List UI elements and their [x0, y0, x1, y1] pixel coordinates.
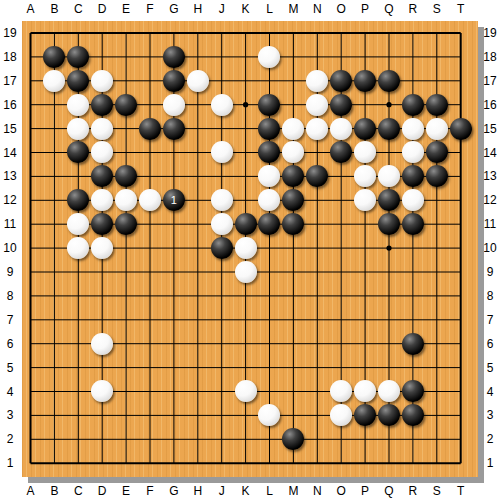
intersection-J2[interactable] — [210, 427, 234, 451]
intersection-C15[interactable] — [66, 117, 90, 141]
intersection-E5[interactable] — [114, 356, 138, 380]
intersection-P13[interactable] — [353, 164, 377, 188]
intersection-H15[interactable] — [186, 117, 210, 141]
intersection-T3[interactable] — [449, 403, 473, 427]
intersection-M8[interactable] — [281, 284, 305, 308]
intersection-N19[interactable] — [305, 21, 329, 45]
intersection-T5[interactable] — [449, 356, 473, 380]
intersection-C8[interactable] — [66, 284, 90, 308]
intersection-B14[interactable] — [42, 141, 66, 165]
intersection-N4[interactable] — [305, 380, 329, 404]
intersection-D12[interactable] — [90, 188, 114, 212]
intersection-D17[interactable] — [90, 69, 114, 93]
intersection-J8[interactable] — [210, 284, 234, 308]
intersection-P17[interactable] — [353, 69, 377, 93]
intersection-B10[interactable] — [42, 236, 66, 260]
intersection-N1[interactable] — [305, 451, 329, 475]
intersection-E14[interactable] — [114, 141, 138, 165]
intersection-S9[interactable] — [425, 260, 449, 284]
intersection-T18[interactable] — [449, 45, 473, 69]
intersection-K6[interactable] — [234, 332, 258, 356]
intersection-C3[interactable] — [66, 403, 90, 427]
intersection-P6[interactable] — [353, 332, 377, 356]
intersection-L9[interactable] — [258, 260, 282, 284]
intersection-N16[interactable] — [305, 93, 329, 117]
intersection-B4[interactable] — [42, 380, 66, 404]
intersection-O3[interactable] — [329, 403, 353, 427]
intersection-S6[interactable] — [425, 332, 449, 356]
intersection-D15[interactable] — [90, 117, 114, 141]
intersection-Q7[interactable] — [377, 308, 401, 332]
intersection-G6[interactable] — [162, 332, 186, 356]
intersection-S15[interactable] — [425, 117, 449, 141]
intersection-K3[interactable] — [234, 403, 258, 427]
intersection-J10[interactable] — [210, 236, 234, 260]
intersection-M7[interactable] — [281, 308, 305, 332]
intersection-D16[interactable] — [90, 93, 114, 117]
intersection-E19[interactable] — [114, 21, 138, 45]
intersection-E3[interactable] — [114, 403, 138, 427]
intersection-E16[interactable] — [114, 93, 138, 117]
intersection-A13[interactable] — [19, 164, 43, 188]
intersection-R8[interactable] — [401, 284, 425, 308]
intersection-L17[interactable] — [258, 69, 282, 93]
intersection-P11[interactable] — [353, 212, 377, 236]
intersection-H19[interactable] — [186, 21, 210, 45]
intersection-R17[interactable] — [401, 69, 425, 93]
intersection-P9[interactable] — [353, 260, 377, 284]
intersection-B11[interactable] — [42, 212, 66, 236]
intersection-A2[interactable] — [19, 427, 43, 451]
intersection-J11[interactable] — [210, 212, 234, 236]
intersection-F15[interactable] — [138, 117, 162, 141]
intersection-R3[interactable] — [401, 403, 425, 427]
intersection-G5[interactable] — [162, 356, 186, 380]
intersection-C12[interactable] — [66, 188, 90, 212]
intersection-C11[interactable] — [66, 212, 90, 236]
intersection-B15[interactable] — [42, 117, 66, 141]
intersection-S18[interactable] — [425, 45, 449, 69]
intersection-O4[interactable] — [329, 380, 353, 404]
intersection-J12[interactable] — [210, 188, 234, 212]
intersection-R2[interactable] — [401, 427, 425, 451]
intersection-T15[interactable] — [449, 117, 473, 141]
intersection-C18[interactable] — [66, 45, 90, 69]
intersection-C13[interactable] — [66, 164, 90, 188]
intersection-D19[interactable] — [90, 21, 114, 45]
intersection-A12[interactable] — [19, 188, 43, 212]
intersection-G11[interactable] — [162, 212, 186, 236]
intersection-A3[interactable] — [19, 403, 43, 427]
intersection-C14[interactable] — [66, 141, 90, 165]
intersection-L7[interactable] — [258, 308, 282, 332]
intersection-N14[interactable] — [305, 141, 329, 165]
intersection-J17[interactable] — [210, 69, 234, 93]
intersection-G16[interactable] — [162, 93, 186, 117]
intersection-M3[interactable] — [281, 403, 305, 427]
intersection-J14[interactable] — [210, 141, 234, 165]
intersection-M16[interactable] — [281, 93, 305, 117]
intersection-K10[interactable] — [234, 236, 258, 260]
intersection-H6[interactable] — [186, 332, 210, 356]
intersection-M9[interactable] — [281, 260, 305, 284]
intersection-A10[interactable] — [19, 236, 43, 260]
intersection-O6[interactable] — [329, 332, 353, 356]
intersection-B19[interactable] — [42, 21, 66, 45]
intersection-A9[interactable] — [19, 260, 43, 284]
intersection-P7[interactable] — [353, 308, 377, 332]
intersection-Q8[interactable] — [377, 284, 401, 308]
intersection-J7[interactable] — [210, 308, 234, 332]
intersection-S17[interactable] — [425, 69, 449, 93]
intersection-G7[interactable] — [162, 308, 186, 332]
intersection-B8[interactable] — [42, 284, 66, 308]
intersection-D5[interactable] — [90, 356, 114, 380]
intersection-N9[interactable] — [305, 260, 329, 284]
intersection-C4[interactable] — [66, 380, 90, 404]
intersection-H2[interactable] — [186, 427, 210, 451]
intersection-M12[interactable] — [281, 188, 305, 212]
intersection-J13[interactable] — [210, 164, 234, 188]
intersection-S19[interactable] — [425, 21, 449, 45]
intersection-O1[interactable] — [329, 451, 353, 475]
intersection-J3[interactable] — [210, 403, 234, 427]
intersection-C19[interactable] — [66, 21, 90, 45]
intersection-P16[interactable] — [353, 93, 377, 117]
intersection-O16[interactable] — [329, 93, 353, 117]
intersection-A1[interactable] — [19, 451, 43, 475]
intersection-F14[interactable] — [138, 141, 162, 165]
intersection-F2[interactable] — [138, 427, 162, 451]
intersection-R4[interactable] — [401, 380, 425, 404]
intersection-M1[interactable] — [281, 451, 305, 475]
intersection-H5[interactable] — [186, 356, 210, 380]
intersection-B3[interactable] — [42, 403, 66, 427]
intersection-K15[interactable] — [234, 117, 258, 141]
intersection-G12[interactable]: 1 — [162, 188, 186, 212]
intersection-M13[interactable] — [281, 164, 305, 188]
intersection-N11[interactable] — [305, 212, 329, 236]
intersection-B6[interactable] — [42, 332, 66, 356]
intersection-O18[interactable] — [329, 45, 353, 69]
intersection-O13[interactable] — [329, 164, 353, 188]
intersection-L13[interactable] — [258, 164, 282, 188]
intersection-N17[interactable] — [305, 69, 329, 93]
intersection-R19[interactable] — [401, 21, 425, 45]
intersection-N3[interactable] — [305, 403, 329, 427]
intersection-L4[interactable] — [258, 380, 282, 404]
intersection-B12[interactable] — [42, 188, 66, 212]
intersection-J16[interactable] — [210, 93, 234, 117]
intersection-E7[interactable] — [114, 308, 138, 332]
intersection-G1[interactable] — [162, 451, 186, 475]
intersection-H8[interactable] — [186, 284, 210, 308]
intersection-C6[interactable] — [66, 332, 90, 356]
intersection-J5[interactable] — [210, 356, 234, 380]
intersection-S16[interactable] — [425, 93, 449, 117]
intersection-B13[interactable] — [42, 164, 66, 188]
intersection-P2[interactable] — [353, 427, 377, 451]
intersection-D9[interactable] — [90, 260, 114, 284]
intersection-K13[interactable] — [234, 164, 258, 188]
intersection-A14[interactable] — [19, 141, 43, 165]
intersection-N8[interactable] — [305, 284, 329, 308]
intersection-R16[interactable] — [401, 93, 425, 117]
intersection-Q6[interactable] — [377, 332, 401, 356]
intersection-M18[interactable] — [281, 45, 305, 69]
intersection-B2[interactable] — [42, 427, 66, 451]
intersection-T7[interactable] — [449, 308, 473, 332]
intersection-L8[interactable] — [258, 284, 282, 308]
intersection-C16[interactable] — [66, 93, 90, 117]
intersection-L19[interactable] — [258, 21, 282, 45]
intersection-S2[interactable] — [425, 427, 449, 451]
intersection-P15[interactable] — [353, 117, 377, 141]
intersection-L2[interactable] — [258, 427, 282, 451]
intersection-M11[interactable] — [281, 212, 305, 236]
intersection-A19[interactable] — [19, 21, 43, 45]
intersection-M6[interactable] — [281, 332, 305, 356]
intersection-M4[interactable] — [281, 380, 305, 404]
intersection-H12[interactable] — [186, 188, 210, 212]
intersection-D14[interactable] — [90, 141, 114, 165]
intersection-E6[interactable] — [114, 332, 138, 356]
intersection-H9[interactable] — [186, 260, 210, 284]
intersection-Q3[interactable] — [377, 403, 401, 427]
intersection-S4[interactable] — [425, 380, 449, 404]
intersection-E2[interactable] — [114, 427, 138, 451]
intersection-R11[interactable] — [401, 212, 425, 236]
intersection-P5[interactable] — [353, 356, 377, 380]
intersection-Q9[interactable] — [377, 260, 401, 284]
intersection-P10[interactable] — [353, 236, 377, 260]
intersection-F19[interactable] — [138, 21, 162, 45]
intersection-F17[interactable] — [138, 69, 162, 93]
intersection-H16[interactable] — [186, 93, 210, 117]
intersection-O17[interactable] — [329, 69, 353, 93]
intersection-G2[interactable] — [162, 427, 186, 451]
intersection-D3[interactable] — [90, 403, 114, 427]
intersection-E12[interactable] — [114, 188, 138, 212]
intersection-D8[interactable] — [90, 284, 114, 308]
intersection-D7[interactable] — [90, 308, 114, 332]
intersection-G13[interactable] — [162, 164, 186, 188]
intersection-N5[interactable] — [305, 356, 329, 380]
intersection-F18[interactable] — [138, 45, 162, 69]
intersection-F13[interactable] — [138, 164, 162, 188]
intersection-A16[interactable] — [19, 93, 43, 117]
intersection-T19[interactable] — [449, 21, 473, 45]
intersection-D4[interactable] — [90, 380, 114, 404]
intersection-L6[interactable] — [258, 332, 282, 356]
intersection-O14[interactable] — [329, 141, 353, 165]
intersection-G4[interactable] — [162, 380, 186, 404]
intersection-B5[interactable] — [42, 356, 66, 380]
intersection-F16[interactable] — [138, 93, 162, 117]
intersection-K5[interactable] — [234, 356, 258, 380]
intersection-E1[interactable] — [114, 451, 138, 475]
intersection-R9[interactable] — [401, 260, 425, 284]
intersection-T14[interactable] — [449, 141, 473, 165]
intersection-T17[interactable] — [449, 69, 473, 93]
intersection-C1[interactable] — [66, 451, 90, 475]
intersection-B1[interactable] — [42, 451, 66, 475]
intersection-A15[interactable] — [19, 117, 43, 141]
intersection-B7[interactable] — [42, 308, 66, 332]
intersection-F10[interactable] — [138, 236, 162, 260]
intersection-G10[interactable] — [162, 236, 186, 260]
intersection-C17[interactable] — [66, 69, 90, 93]
intersection-B17[interactable] — [42, 69, 66, 93]
intersection-Q14[interactable] — [377, 141, 401, 165]
intersection-E15[interactable] — [114, 117, 138, 141]
intersection-N7[interactable] — [305, 308, 329, 332]
intersection-L10[interactable] — [258, 236, 282, 260]
intersection-K19[interactable] — [234, 21, 258, 45]
intersection-S10[interactable] — [425, 236, 449, 260]
intersection-T12[interactable] — [449, 188, 473, 212]
intersection-J15[interactable] — [210, 117, 234, 141]
intersection-F9[interactable] — [138, 260, 162, 284]
intersection-E11[interactable] — [114, 212, 138, 236]
intersection-Q15[interactable] — [377, 117, 401, 141]
intersection-F11[interactable] — [138, 212, 162, 236]
intersection-A8[interactable] — [19, 284, 43, 308]
intersection-Q18[interactable] — [377, 45, 401, 69]
intersection-K16[interactable] — [234, 93, 258, 117]
intersection-L1[interactable] — [258, 451, 282, 475]
intersection-N18[interactable] — [305, 45, 329, 69]
intersection-Q10[interactable] — [377, 236, 401, 260]
intersection-H17[interactable] — [186, 69, 210, 93]
intersection-J9[interactable] — [210, 260, 234, 284]
intersection-E9[interactable] — [114, 260, 138, 284]
intersection-G18[interactable] — [162, 45, 186, 69]
intersection-A17[interactable] — [19, 69, 43, 93]
intersection-D18[interactable] — [90, 45, 114, 69]
intersection-O19[interactable] — [329, 21, 353, 45]
intersection-T6[interactable] — [449, 332, 473, 356]
intersection-B9[interactable] — [42, 260, 66, 284]
intersection-M2[interactable] — [281, 427, 305, 451]
intersection-C5[interactable] — [66, 356, 90, 380]
intersection-Q11[interactable] — [377, 212, 401, 236]
intersection-E10[interactable] — [114, 236, 138, 260]
intersection-R12[interactable] — [401, 188, 425, 212]
intersection-M10[interactable] — [281, 236, 305, 260]
intersection-R14[interactable] — [401, 141, 425, 165]
intersection-D1[interactable] — [90, 451, 114, 475]
intersection-Q12[interactable] — [377, 188, 401, 212]
intersection-H13[interactable] — [186, 164, 210, 188]
intersection-O10[interactable] — [329, 236, 353, 260]
intersection-S8[interactable] — [425, 284, 449, 308]
intersection-G17[interactable] — [162, 69, 186, 93]
intersection-F5[interactable] — [138, 356, 162, 380]
intersection-K12[interactable] — [234, 188, 258, 212]
intersection-C2[interactable] — [66, 427, 90, 451]
intersection-G14[interactable] — [162, 141, 186, 165]
intersection-S14[interactable] — [425, 141, 449, 165]
intersection-M5[interactable] — [281, 356, 305, 380]
intersection-K4[interactable] — [234, 380, 258, 404]
intersection-O11[interactable] — [329, 212, 353, 236]
intersection-A5[interactable] — [19, 356, 43, 380]
intersection-R18[interactable] — [401, 45, 425, 69]
intersection-L3[interactable] — [258, 403, 282, 427]
intersection-K17[interactable] — [234, 69, 258, 93]
intersection-S13[interactable] — [425, 164, 449, 188]
intersection-E17[interactable] — [114, 69, 138, 93]
intersection-G3[interactable] — [162, 403, 186, 427]
intersection-H14[interactable] — [186, 141, 210, 165]
intersection-G8[interactable] — [162, 284, 186, 308]
intersection-L14[interactable] — [258, 141, 282, 165]
intersection-Q5[interactable] — [377, 356, 401, 380]
intersection-K2[interactable] — [234, 427, 258, 451]
intersection-L16[interactable] — [258, 93, 282, 117]
intersection-Q19[interactable] — [377, 21, 401, 45]
intersection-T2[interactable] — [449, 427, 473, 451]
intersection-K18[interactable] — [234, 45, 258, 69]
intersection-L15[interactable] — [258, 117, 282, 141]
intersection-Q2[interactable] — [377, 427, 401, 451]
intersection-J6[interactable] — [210, 332, 234, 356]
intersection-H1[interactable] — [186, 451, 210, 475]
intersection-Q17[interactable] — [377, 69, 401, 93]
intersection-H4[interactable] — [186, 380, 210, 404]
intersection-E13[interactable] — [114, 164, 138, 188]
intersection-J18[interactable] — [210, 45, 234, 69]
intersection-S11[interactable] — [425, 212, 449, 236]
intersection-N15[interactable] — [305, 117, 329, 141]
intersection-S5[interactable] — [425, 356, 449, 380]
intersection-K14[interactable] — [234, 141, 258, 165]
intersection-H10[interactable] — [186, 236, 210, 260]
intersection-O15[interactable] — [329, 117, 353, 141]
intersection-C7[interactable] — [66, 308, 90, 332]
intersection-O8[interactable] — [329, 284, 353, 308]
intersection-J1[interactable] — [210, 451, 234, 475]
intersection-G19[interactable] — [162, 21, 186, 45]
intersection-A18[interactable] — [19, 45, 43, 69]
intersection-S3[interactable] — [425, 403, 449, 427]
intersection-F4[interactable] — [138, 380, 162, 404]
intersection-S12[interactable] — [425, 188, 449, 212]
intersection-L11[interactable] — [258, 212, 282, 236]
intersection-J19[interactable] — [210, 21, 234, 45]
intersection-P18[interactable] — [353, 45, 377, 69]
intersection-A4[interactable] — [19, 380, 43, 404]
intersection-R1[interactable] — [401, 451, 425, 475]
intersection-T1[interactable] — [449, 451, 473, 475]
intersection-O2[interactable] — [329, 427, 353, 451]
intersection-K1[interactable] — [234, 451, 258, 475]
intersection-P19[interactable] — [353, 21, 377, 45]
intersection-T13[interactable] — [449, 164, 473, 188]
intersection-C9[interactable] — [66, 260, 90, 284]
intersection-O5[interactable] — [329, 356, 353, 380]
intersection-J4[interactable] — [210, 380, 234, 404]
intersection-F12[interactable] — [138, 188, 162, 212]
intersection-S1[interactable] — [425, 451, 449, 475]
intersection-H7[interactable] — [186, 308, 210, 332]
intersection-M17[interactable] — [281, 69, 305, 93]
intersection-R10[interactable] — [401, 236, 425, 260]
intersection-N12[interactable] — [305, 188, 329, 212]
intersection-R13[interactable] — [401, 164, 425, 188]
intersection-Q13[interactable] — [377, 164, 401, 188]
